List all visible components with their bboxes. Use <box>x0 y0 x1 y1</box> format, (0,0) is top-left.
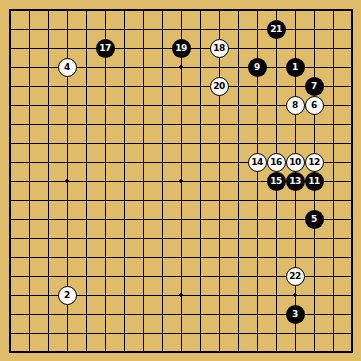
stone-white-2-D4: 2 <box>58 286 77 305</box>
stone-white-20-M15: 20 <box>210 77 229 96</box>
stone-white-22-Q5: 22 <box>286 267 305 286</box>
stone-black-15-P10: 15 <box>267 172 286 191</box>
stone-white-6-R14: 6 <box>305 96 324 115</box>
stone-black-17-F17: 17 <box>96 39 115 58</box>
stone-black-7-R15: 7 <box>305 77 324 96</box>
stone-black-1-Q16: 1 <box>286 58 305 77</box>
stone-black-9-O16: 9 <box>248 58 267 77</box>
stone-black-13-Q10: 13 <box>286 172 305 191</box>
stone-white-8-Q14: 8 <box>286 96 305 115</box>
stone-black-21-P18: 21 <box>267 20 286 39</box>
stone-black-19-K17: 19 <box>172 39 191 58</box>
stone-layer: 12345678910111213141516171819202122 <box>1 1 361 361</box>
stone-white-12-R11: 12 <box>305 153 324 172</box>
stone-white-18-M17: 18 <box>210 39 229 58</box>
stone-white-4-D16: 4 <box>58 58 77 77</box>
stone-white-16-P11: 16 <box>267 153 286 172</box>
stone-black-5-R8: 5 <box>305 210 324 229</box>
go-board[interactable]: 12345678910111213141516171819202122 <box>0 0 361 361</box>
stone-black-3-Q3: 3 <box>286 305 305 324</box>
stone-black-11-R10: 11 <box>305 172 324 191</box>
stone-white-10-Q11: 10 <box>286 153 305 172</box>
stone-white-14-O11: 14 <box>248 153 267 172</box>
